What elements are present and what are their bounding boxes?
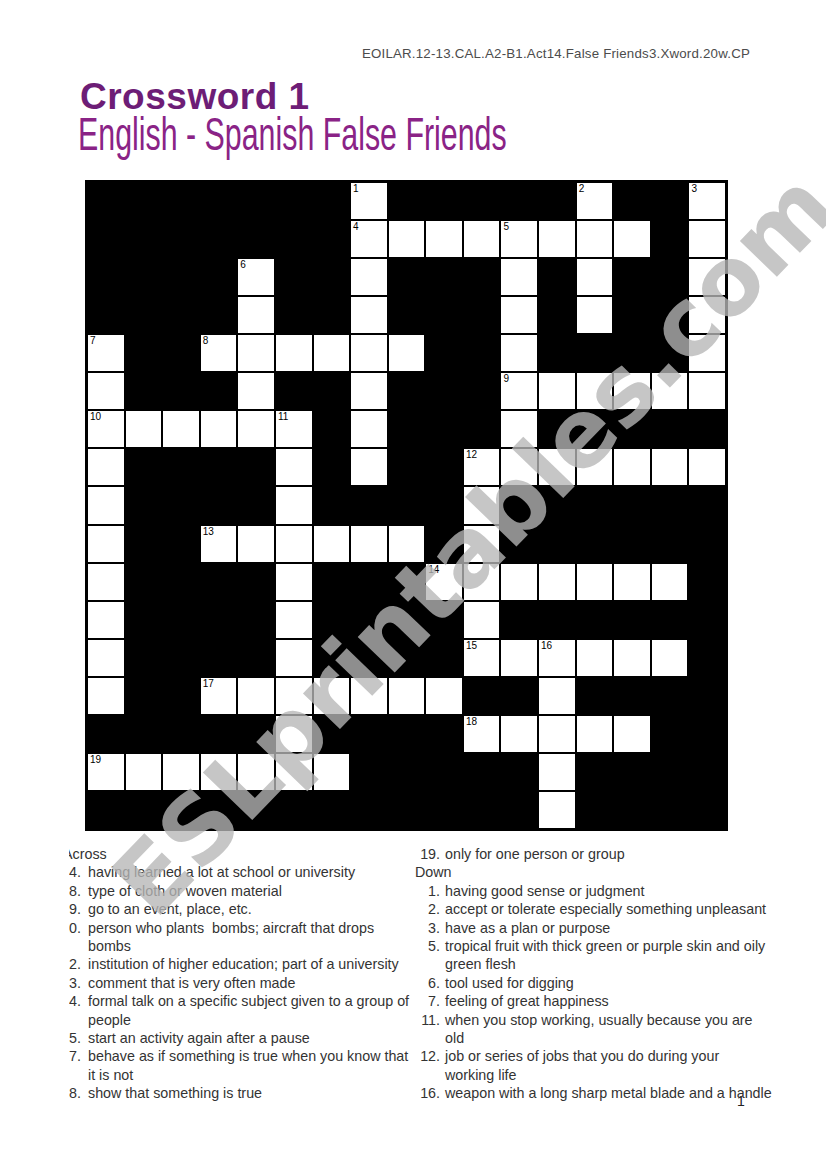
black-cell <box>651 601 689 639</box>
clue-text: working life <box>445 1067 517 1083</box>
answer-cell[interactable] <box>125 753 163 791</box>
black-cell <box>688 715 726 753</box>
answer-cell[interactable] <box>538 791 576 829</box>
clue-text: tool used for digging <box>445 975 574 991</box>
black-cell <box>162 372 200 410</box>
answer-cell[interactable] <box>613 715 651 753</box>
answer-cell[interactable] <box>463 563 501 601</box>
black-cell <box>388 563 426 601</box>
answer-cell[interactable] <box>87 525 125 563</box>
clue-text: accept or tolerate especially something … <box>445 901 766 917</box>
answer-cell[interactable] <box>275 486 313 524</box>
black-cell <box>313 715 351 753</box>
answer-cell[interactable] <box>463 486 501 524</box>
black-cell <box>388 486 426 524</box>
clue-line: 1.having good sense or judgment <box>415 882 826 900</box>
clue-number: 8 <box>203 335 209 347</box>
black-cell <box>613 334 651 372</box>
black-cell <box>425 486 463 524</box>
answer-cell[interactable] <box>613 220 651 258</box>
document-code: EOILAR.12-13.CAL.A2-B1.Act14.False Frien… <box>362 46 750 61</box>
answer-cell[interactable] <box>576 220 614 258</box>
answer-cell[interactable] <box>688 296 726 334</box>
answer-cell[interactable]: 15 <box>463 639 501 677</box>
clue-number: 18 <box>466 716 477 728</box>
black-cell <box>125 639 163 677</box>
answer-cell[interactable] <box>162 753 200 791</box>
black-cell <box>613 601 651 639</box>
black-cell <box>125 791 163 829</box>
answer-cell[interactable]: 3 <box>688 182 726 220</box>
answer-cell[interactable]: 6 <box>237 258 275 296</box>
answer-cell[interactable] <box>313 677 351 715</box>
black-cell <box>87 791 125 829</box>
worksheet-page: { "game": "crossword", "position": [ "##… <box>0 0 826 1169</box>
answer-cell[interactable] <box>576 715 614 753</box>
clue-list-number: 5. <box>415 937 440 955</box>
black-cell <box>125 601 163 639</box>
black-cell <box>463 258 501 296</box>
black-cell <box>350 563 388 601</box>
clue-line: 2.accept or tolerate especially somethin… <box>415 900 826 918</box>
black-cell <box>688 677 726 715</box>
answer-cell[interactable]: 16 <box>538 639 576 677</box>
black-cell <box>388 715 426 753</box>
answer-cell[interactable]: 5 <box>500 220 538 258</box>
black-cell <box>500 791 538 829</box>
clue-text: it is not <box>88 1067 133 1083</box>
answer-cell[interactable] <box>350 410 388 448</box>
black-cell <box>425 525 463 563</box>
black-cell <box>313 448 351 486</box>
black-cell <box>688 525 726 563</box>
black-cell <box>200 220 238 258</box>
black-cell <box>613 677 651 715</box>
clue-text: weapon with a long sharp metal blade and… <box>445 1085 772 1101</box>
answer-cell[interactable] <box>388 220 426 258</box>
black-cell <box>162 334 200 372</box>
black-cell <box>200 563 238 601</box>
answer-cell[interactable]: 17 <box>200 677 238 715</box>
clue-number: 10 <box>90 411 101 423</box>
answer-cell[interactable] <box>538 448 576 486</box>
answer-cell[interactable] <box>237 525 275 563</box>
answer-cell[interactable] <box>237 753 275 791</box>
black-cell <box>688 639 726 677</box>
answer-cell[interactable] <box>538 220 576 258</box>
black-cell <box>388 296 426 334</box>
black-cell <box>388 372 426 410</box>
answer-cell[interactable] <box>275 601 313 639</box>
answer-cell[interactable]: 2 <box>576 182 614 220</box>
clue-list-number: 6. <box>415 974 440 992</box>
black-cell <box>538 410 576 448</box>
black-cell <box>688 563 726 601</box>
answer-cell[interactable] <box>275 677 313 715</box>
answer-cell[interactable]: 18 <box>463 715 501 753</box>
black-cell <box>388 791 426 829</box>
black-cell <box>162 296 200 334</box>
black-cell <box>576 601 614 639</box>
answer-cell[interactable] <box>688 448 726 486</box>
answer-cell[interactable] <box>500 563 538 601</box>
answer-cell[interactable] <box>237 296 275 334</box>
answer-cell[interactable] <box>350 296 388 334</box>
answer-cell[interactable] <box>500 258 538 296</box>
clue-number: 9 <box>503 373 509 385</box>
clue-number: 19 <box>90 754 101 766</box>
crossword-grid: 12345678910111213141516171819 <box>85 180 728 831</box>
black-cell <box>313 486 351 524</box>
answer-cell[interactable] <box>500 334 538 372</box>
answer-cell[interactable] <box>275 525 313 563</box>
black-cell <box>200 372 238 410</box>
black-cell <box>425 448 463 486</box>
black-cell <box>425 410 463 448</box>
answer-cell[interactable] <box>576 296 614 334</box>
black-cell <box>651 296 689 334</box>
black-cell <box>425 639 463 677</box>
black-cell <box>125 486 163 524</box>
answer-cell[interactable] <box>613 448 651 486</box>
answer-cell[interactable] <box>576 372 614 410</box>
clue-text: feeling of great happiness <box>445 993 609 1009</box>
black-cell <box>651 791 689 829</box>
answer-cell[interactable]: 1 <box>350 182 388 220</box>
answer-cell[interactable] <box>237 677 275 715</box>
black-cell <box>500 182 538 220</box>
answer-cell[interactable] <box>350 372 388 410</box>
answer-cell[interactable]: 4 <box>350 220 388 258</box>
clue-number: 5 <box>503 221 509 233</box>
answer-cell[interactable] <box>688 334 726 372</box>
black-cell <box>350 601 388 639</box>
clue-text: type of cloth or woven material <box>88 883 282 899</box>
black-cell <box>200 486 238 524</box>
black-cell <box>425 296 463 334</box>
clue-line: 7.feeling of great happiness <box>415 992 826 1010</box>
answer-cell[interactable] <box>500 448 538 486</box>
answer-cell[interactable]: 19 <box>87 753 125 791</box>
answer-cell[interactable] <box>87 677 125 715</box>
clue-text: having learned a lot at school or univer… <box>88 864 355 880</box>
black-cell <box>162 715 200 753</box>
answer-cell[interactable] <box>275 448 313 486</box>
clue-text: having good sense or judgment <box>445 883 645 899</box>
black-cell <box>388 753 426 791</box>
clue-text: go to an event, place, etc. <box>88 901 252 917</box>
black-cell <box>538 486 576 524</box>
black-cell <box>425 258 463 296</box>
black-cell <box>313 563 351 601</box>
answer-cell[interactable]: 8 <box>200 334 238 372</box>
answer-cell[interactable] <box>388 677 426 715</box>
black-cell <box>125 525 163 563</box>
answer-cell[interactable] <box>350 525 388 563</box>
black-cell <box>538 601 576 639</box>
black-cell <box>576 410 614 448</box>
black-cell <box>313 220 351 258</box>
black-cell <box>500 601 538 639</box>
answer-cell[interactable] <box>313 334 351 372</box>
black-cell <box>125 563 163 601</box>
answer-cell[interactable] <box>237 410 275 448</box>
answer-cell[interactable] <box>200 410 238 448</box>
answer-cell[interactable] <box>275 715 313 753</box>
black-cell <box>313 258 351 296</box>
clue-number: 11 <box>278 411 288 423</box>
black-cell <box>313 372 351 410</box>
clue-text: have as a plan or purpose <box>445 920 610 936</box>
answer-cell[interactable] <box>538 715 576 753</box>
answer-cell[interactable] <box>313 753 351 791</box>
answer-cell[interactable] <box>688 258 726 296</box>
answer-cell[interactable] <box>651 372 689 410</box>
black-cell <box>651 677 689 715</box>
answer-cell[interactable] <box>538 677 576 715</box>
black-cell <box>688 486 726 524</box>
black-cell <box>651 334 689 372</box>
answer-cell[interactable] <box>538 563 576 601</box>
clue-number: 2 <box>579 183 585 195</box>
black-cell <box>613 486 651 524</box>
black-cell <box>162 677 200 715</box>
black-cell <box>613 525 651 563</box>
black-cell <box>463 296 501 334</box>
clue-text: institution of higher education; part of… <box>88 956 399 972</box>
answer-cell[interactable] <box>237 372 275 410</box>
clue-text: only for one person or group <box>445 846 625 862</box>
black-cell <box>651 486 689 524</box>
black-cell <box>125 677 163 715</box>
clue-number: 16 <box>541 640 552 652</box>
clue-text: bombs <box>88 938 131 954</box>
clue-text: tropical fruit with thick green or purpl… <box>445 938 765 954</box>
black-cell <box>463 334 501 372</box>
black-cell <box>425 753 463 791</box>
black-cell <box>651 715 689 753</box>
black-cell <box>313 601 351 639</box>
black-cell <box>87 258 125 296</box>
black-cell <box>275 182 313 220</box>
clue-list-number: 19. <box>415 845 440 863</box>
answer-cell[interactable] <box>275 753 313 791</box>
black-cell <box>576 791 614 829</box>
black-cell <box>425 182 463 220</box>
answer-cell[interactable] <box>237 334 275 372</box>
answer-cell[interactable]: 10 <box>87 410 125 448</box>
answer-cell[interactable] <box>463 525 501 563</box>
clue-number: 6 <box>240 259 246 271</box>
black-cell <box>388 448 426 486</box>
black-cell <box>275 791 313 829</box>
black-cell <box>425 334 463 372</box>
black-cell <box>613 791 651 829</box>
answer-cell[interactable] <box>538 372 576 410</box>
clue-list-number: 12. <box>415 1047 440 1065</box>
black-cell <box>162 791 200 829</box>
black-cell <box>350 791 388 829</box>
black-cell <box>237 220 275 258</box>
clue-list-number: 1. <box>415 882 440 900</box>
black-cell <box>500 753 538 791</box>
black-cell <box>613 258 651 296</box>
clue-text: comment that is very often made <box>88 975 295 991</box>
clue-line: working life <box>415 1066 826 1084</box>
black-cell <box>538 296 576 334</box>
black-cell <box>576 753 614 791</box>
black-cell <box>237 486 275 524</box>
clue-list-number: 7. <box>415 992 440 1010</box>
clue-line: old <box>415 1029 826 1047</box>
page-subtitle: English - Spanish False Friends <box>78 107 507 161</box>
answer-cell[interactable] <box>500 715 538 753</box>
answer-cell[interactable] <box>425 677 463 715</box>
black-cell <box>388 182 426 220</box>
answer-cell[interactable]: 11 <box>275 410 313 448</box>
answer-cell[interactable] <box>200 753 238 791</box>
answer-cell[interactable] <box>87 372 125 410</box>
black-cell <box>162 258 200 296</box>
clue-text: behave as if something is true when you … <box>88 1048 408 1064</box>
answer-cell[interactable] <box>576 258 614 296</box>
black-cell <box>651 525 689 563</box>
answer-cell[interactable] <box>162 410 200 448</box>
clue-text: job or series of jobs that you do during… <box>445 1048 719 1064</box>
answer-cell[interactable] <box>538 753 576 791</box>
black-cell <box>576 334 614 372</box>
answer-cell[interactable] <box>87 601 125 639</box>
black-cell <box>463 677 501 715</box>
answer-cell[interactable] <box>651 563 689 601</box>
answer-cell[interactable] <box>87 448 125 486</box>
answer-cell[interactable] <box>651 639 689 677</box>
black-cell <box>538 258 576 296</box>
answer-cell[interactable] <box>350 334 388 372</box>
clue-number: 4 <box>353 221 359 233</box>
answer-cell[interactable] <box>576 448 614 486</box>
black-cell <box>275 372 313 410</box>
clue-line: 16.weapon with a long sharp metal blade … <box>415 1084 826 1102</box>
clue-list-number: 11. <box>415 1011 440 1029</box>
black-cell <box>463 410 501 448</box>
black-cell <box>350 639 388 677</box>
black-cell <box>125 258 163 296</box>
black-cell <box>313 791 351 829</box>
answer-cell[interactable] <box>688 372 726 410</box>
answer-cell[interactable] <box>275 563 313 601</box>
black-cell <box>538 525 576 563</box>
answer-cell[interactable] <box>500 410 538 448</box>
answer-cell[interactable]: 7 <box>87 334 125 372</box>
answer-cell[interactable] <box>688 220 726 258</box>
black-cell <box>313 296 351 334</box>
clue-text: when you stop working, usually because y… <box>445 1012 753 1028</box>
answer-cell[interactable] <box>576 563 614 601</box>
clue-list-number: 2. <box>415 900 440 918</box>
black-cell <box>576 525 614 563</box>
black-cell <box>500 486 538 524</box>
answer-cell[interactable] <box>613 372 651 410</box>
answer-cell[interactable]: 12 <box>463 448 501 486</box>
black-cell <box>162 525 200 563</box>
clue-number: 15 <box>466 640 477 652</box>
black-cell <box>350 753 388 791</box>
black-cell <box>576 677 614 715</box>
answer-cell[interactable] <box>651 448 689 486</box>
clue-text: start an activity again after a pause <box>88 1030 310 1046</box>
answer-cell[interactable] <box>350 258 388 296</box>
clue-text: show that something is true <box>88 1085 262 1101</box>
black-cell <box>237 601 275 639</box>
black-cell <box>388 410 426 448</box>
black-cell <box>538 182 576 220</box>
black-cell <box>688 410 726 448</box>
black-cell <box>688 753 726 791</box>
answer-cell[interactable] <box>613 563 651 601</box>
black-cell <box>237 639 275 677</box>
answer-cell[interactable] <box>275 639 313 677</box>
answer-cell[interactable]: 9 <box>500 372 538 410</box>
black-cell <box>275 296 313 334</box>
black-cell <box>688 601 726 639</box>
black-cell <box>651 220 689 258</box>
answer-cell[interactable] <box>125 410 163 448</box>
black-cell <box>200 715 238 753</box>
answer-cell[interactable] <box>388 525 426 563</box>
answer-cell[interactable] <box>87 486 125 524</box>
black-cell <box>125 296 163 334</box>
answer-cell[interactable]: 14 <box>425 563 463 601</box>
clue-line: green flesh <box>415 955 826 973</box>
answer-cell[interactable] <box>275 334 313 372</box>
black-cell <box>651 753 689 791</box>
clue-line: 3.have as a plan or purpose <box>415 919 826 937</box>
black-cell <box>538 334 576 372</box>
answer-cell[interactable] <box>613 639 651 677</box>
black-cell <box>237 791 275 829</box>
answer-cell[interactable] <box>350 677 388 715</box>
answer-cell[interactable] <box>463 220 501 258</box>
black-cell <box>613 410 651 448</box>
clue-line: 6.tool used for digging <box>415 974 826 992</box>
answer-cell[interactable] <box>500 296 538 334</box>
answer-cell[interactable] <box>87 563 125 601</box>
black-cell <box>162 220 200 258</box>
answer-cell[interactable] <box>425 220 463 258</box>
answer-cell[interactable] <box>500 639 538 677</box>
answer-cell[interactable] <box>463 601 501 639</box>
black-cell <box>162 563 200 601</box>
clue-line: 5.tropical fruit with thick green or pur… <box>415 937 826 955</box>
black-cell <box>425 791 463 829</box>
answer-cell[interactable] <box>388 334 426 372</box>
black-cell <box>350 715 388 753</box>
black-cell <box>651 182 689 220</box>
answer-cell[interactable] <box>313 525 351 563</box>
answer-cell[interactable] <box>87 639 125 677</box>
black-cell <box>425 601 463 639</box>
black-cell <box>125 715 163 753</box>
black-cell <box>425 372 463 410</box>
black-cell <box>200 791 238 829</box>
answer-cell[interactable] <box>350 448 388 486</box>
black-cell <box>125 182 163 220</box>
answer-cell[interactable]: 13 <box>200 525 238 563</box>
black-cell <box>651 410 689 448</box>
black-cell <box>651 258 689 296</box>
answer-cell[interactable] <box>576 639 614 677</box>
